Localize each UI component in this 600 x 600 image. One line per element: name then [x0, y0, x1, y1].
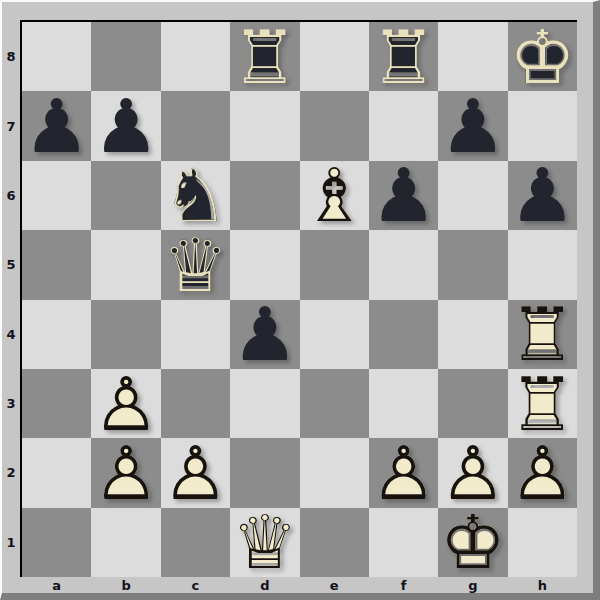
piece-glyph: ♖: [230, 22, 299, 91]
square-f4[interactable]: [369, 300, 438, 369]
rank-label-3: 3: [2, 369, 20, 438]
square-a5[interactable]: [22, 230, 91, 299]
chess-board-panel: 87654321 abcdefgh ♜♖♜♖♚♔♟♟♟♞♘♝♗♟♟♛♕♟♜♖♟♙…: [0, 0, 600, 600]
square-h8[interactable]: ♚♔: [508, 22, 577, 91]
square-a8[interactable]: [22, 22, 91, 91]
square-d2[interactable]: [230, 438, 299, 507]
square-d3[interactable]: [230, 369, 299, 438]
piece-glyph: ♘: [161, 161, 230, 230]
white-pawn-b2[interactable]: ♟♙: [91, 438, 160, 507]
white-pawn-b3[interactable]: ♟♙: [91, 369, 160, 438]
piece-glyph: ♙: [161, 438, 230, 507]
piece-glyph: ♙: [369, 438, 438, 507]
file-label-e: e: [300, 577, 369, 593]
piece-glyph: ♕: [161, 230, 230, 299]
rank-label-1: 1: [2, 508, 20, 577]
square-b4[interactable]: [91, 300, 160, 369]
square-f5[interactable]: [369, 230, 438, 299]
square-a3[interactable]: [22, 369, 91, 438]
square-f8[interactable]: ♜♖: [369, 22, 438, 91]
piece-glyph: ♙: [438, 438, 507, 507]
square-a4[interactable]: [22, 300, 91, 369]
white-king-g1[interactable]: ♚♔: [438, 508, 507, 577]
square-g2[interactable]: ♟♙: [438, 438, 507, 507]
square-e4[interactable]: [300, 300, 369, 369]
black-pawn-h6[interactable]: ♟: [508, 161, 577, 230]
piece-glyph: ♟: [438, 91, 507, 160]
square-c5[interactable]: ♛♕: [161, 230, 230, 299]
square-c2[interactable]: ♟♙: [161, 438, 230, 507]
piece-glyph: ♖: [508, 300, 577, 369]
piece-glyph: ♟: [230, 300, 299, 369]
square-b8[interactable]: [91, 22, 160, 91]
square-h2[interactable]: ♟♙: [508, 438, 577, 507]
rank-label-5: 5: [2, 230, 20, 299]
square-h5[interactable]: [508, 230, 577, 299]
square-e6[interactable]: ♝♗: [300, 161, 369, 230]
black-pawn-g7[interactable]: ♟: [438, 91, 507, 160]
square-b3[interactable]: ♟♙: [91, 369, 160, 438]
file-label-a: a: [22, 577, 91, 593]
white-rook-h3[interactable]: ♜♖: [508, 369, 577, 438]
piece-glyph: ♟: [369, 161, 438, 230]
square-d7[interactable]: [230, 91, 299, 160]
black-pawn-b7[interactable]: ♟: [91, 91, 160, 160]
board: ♜♖♜♖♚♔♟♟♟♞♘♝♗♟♟♛♕♟♜♖♟♙♜♖♟♙♟♙♟♙♟♙♟♙♛♕♚♔: [20, 20, 577, 577]
black-pawn-d4[interactable]: ♟: [230, 300, 299, 369]
black-rook-f8[interactable]: ♜♖: [369, 22, 438, 91]
black-pawn-f6[interactable]: ♟: [369, 161, 438, 230]
square-b2[interactable]: ♟♙: [91, 438, 160, 507]
square-e1[interactable]: [300, 508, 369, 577]
square-g4[interactable]: [438, 300, 507, 369]
square-d5[interactable]: [230, 230, 299, 299]
piece-glyph: ♟: [22, 91, 91, 160]
square-b5[interactable]: [91, 230, 160, 299]
square-a2[interactable]: [22, 438, 91, 507]
square-f6[interactable]: ♟: [369, 161, 438, 230]
white-rook-h4[interactable]: ♜♖: [508, 300, 577, 369]
square-f2[interactable]: ♟♙: [369, 438, 438, 507]
piece-glyph: ♔: [508, 22, 577, 91]
square-c4[interactable]: [161, 300, 230, 369]
piece-glyph: ♔: [438, 508, 507, 577]
square-h7[interactable]: [508, 91, 577, 160]
square-f7[interactable]: [369, 91, 438, 160]
square-c7[interactable]: [161, 91, 230, 160]
square-f3[interactable]: [369, 369, 438, 438]
square-b6[interactable]: [91, 161, 160, 230]
white-pawn-f2[interactable]: ♟♙: [369, 438, 438, 507]
square-d4[interactable]: ♟: [230, 300, 299, 369]
square-e3[interactable]: [300, 369, 369, 438]
square-b1[interactable]: [91, 508, 160, 577]
square-h6[interactable]: ♟: [508, 161, 577, 230]
square-h4[interactable]: ♜♖: [508, 300, 577, 369]
rank-label-7: 7: [2, 91, 20, 160]
square-g6[interactable]: [438, 161, 507, 230]
rank-label-2: 2: [2, 438, 20, 507]
square-g5[interactable]: [438, 230, 507, 299]
square-d8[interactable]: ♜♖: [230, 22, 299, 91]
rank-label-6: 6: [2, 161, 20, 230]
file-label-c: c: [161, 577, 230, 593]
square-h3[interactable]: ♜♖: [508, 369, 577, 438]
file-label-f: f: [369, 577, 438, 593]
white-bishop-e6[interactable]: ♝♗: [300, 161, 369, 230]
rank-label-8: 8: [2, 22, 20, 91]
square-h1[interactable]: [508, 508, 577, 577]
square-f1[interactable]: [369, 508, 438, 577]
black-knight-c6[interactable]: ♞♘: [161, 161, 230, 230]
square-e8[interactable]: [300, 22, 369, 91]
file-label-b: b: [91, 577, 160, 593]
white-pawn-g2[interactable]: ♟♙: [438, 438, 507, 507]
piece-glyph: ♟: [508, 161, 577, 230]
square-c8[interactable]: [161, 22, 230, 91]
square-e5[interactable]: [300, 230, 369, 299]
piece-glyph: ♗: [300, 161, 369, 230]
piece-glyph: ♙: [91, 438, 160, 507]
square-g3[interactable]: [438, 369, 507, 438]
piece-glyph: ♖: [508, 369, 577, 438]
square-d1[interactable]: ♛♕: [230, 508, 299, 577]
rank-labels: 87654321: [2, 22, 20, 577]
square-e7[interactable]: [300, 91, 369, 160]
piece-glyph: ♖: [369, 22, 438, 91]
square-c6[interactable]: ♞♘: [161, 161, 230, 230]
square-g1[interactable]: ♚♔: [438, 508, 507, 577]
square-c3[interactable]: [161, 369, 230, 438]
square-c1[interactable]: [161, 508, 230, 577]
black-queen-c5[interactable]: ♛♕: [161, 230, 230, 299]
square-e2[interactable]: [300, 438, 369, 507]
file-label-h: h: [508, 577, 577, 593]
square-a6[interactable]: [22, 161, 91, 230]
square-b7[interactable]: ♟: [91, 91, 160, 160]
piece-glyph: ♟: [91, 91, 160, 160]
white-pawn-c2[interactable]: ♟♙: [161, 438, 230, 507]
square-g8[interactable]: [438, 22, 507, 91]
square-a7[interactable]: ♟: [22, 91, 91, 160]
black-pawn-a7[interactable]: ♟: [22, 91, 91, 160]
piece-glyph: ♙: [91, 369, 160, 438]
square-g7[interactable]: ♟: [438, 91, 507, 160]
white-pawn-h2[interactable]: ♟♙: [508, 438, 577, 507]
white-queen-d1[interactable]: ♛♕: [230, 508, 299, 577]
black-rook-d8[interactable]: ♜♖: [230, 22, 299, 91]
piece-glyph: ♙: [508, 438, 577, 507]
square-a1[interactable]: [22, 508, 91, 577]
piece-glyph: ♕: [230, 508, 299, 577]
rank-label-4: 4: [2, 300, 20, 369]
black-king-h8[interactable]: ♚♔: [508, 22, 577, 91]
square-d6[interactable]: [230, 161, 299, 230]
